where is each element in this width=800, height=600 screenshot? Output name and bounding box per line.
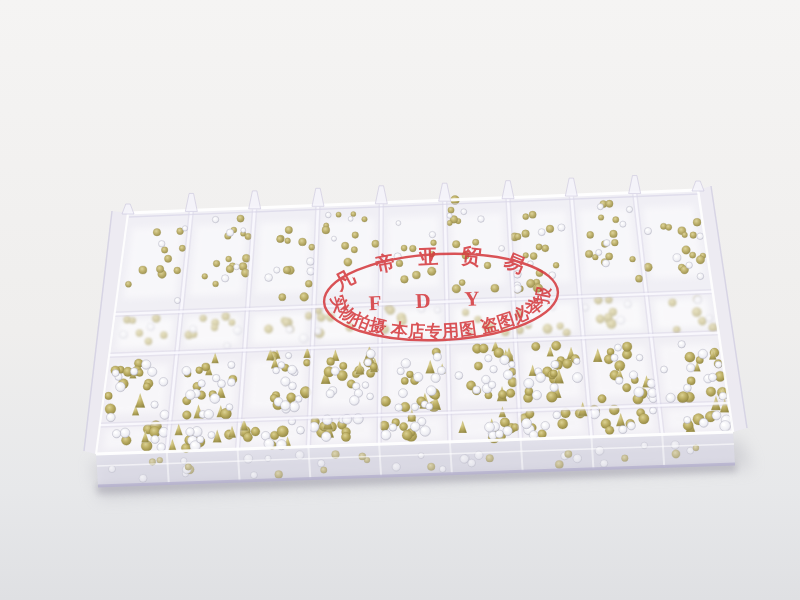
gold-back-stone xyxy=(399,422,407,430)
gold-back-stone xyxy=(285,226,293,234)
gold-back-stone xyxy=(431,240,437,246)
gold-back-stone xyxy=(630,256,636,262)
clear-crystal-stone xyxy=(120,331,128,339)
clear-crystal-stone xyxy=(431,373,440,382)
clear-crystal-stone xyxy=(617,316,625,324)
clear-crystal-stone xyxy=(460,455,469,464)
gold-back-stone xyxy=(320,467,327,474)
clear-crystal-stone xyxy=(426,386,436,396)
clear-crystal-stone xyxy=(112,430,120,438)
gold-back-stone xyxy=(621,455,628,462)
gold-back-stone xyxy=(486,454,494,462)
gold-back-stone xyxy=(689,252,695,258)
gold-back-stone xyxy=(613,217,619,223)
clear-crystal-stone xyxy=(715,361,722,368)
clear-crystal-stone xyxy=(281,401,291,411)
gold-back-stone xyxy=(696,256,704,264)
clear-crystal-stone xyxy=(426,403,433,410)
gold-back-stone xyxy=(277,426,288,437)
clear-crystal-stone xyxy=(503,426,513,436)
clear-crystal-stone xyxy=(186,390,196,400)
gold-back-stone xyxy=(300,293,309,302)
gold-back-stone xyxy=(327,358,335,366)
clear-crystal-stone xyxy=(151,401,158,408)
gold-back-stone xyxy=(143,383,151,391)
clear-crystal-stone xyxy=(420,426,431,437)
gold-back-stone xyxy=(213,260,220,267)
clear-crystal-stone xyxy=(624,300,631,307)
gold-back-stone xyxy=(536,244,542,250)
gold-back-stone xyxy=(401,275,409,283)
clear-crystal-stone xyxy=(218,380,226,388)
gold-back-stone xyxy=(402,430,412,440)
clear-crystal-stone xyxy=(241,228,246,233)
gold-back-stone xyxy=(153,228,161,236)
clear-crystal-stone xyxy=(321,432,331,442)
gold-back-stone xyxy=(264,325,272,333)
clear-crystal-stone xyxy=(603,240,610,247)
gold-back-stone xyxy=(550,370,558,378)
gold-back-stone xyxy=(474,362,482,370)
clear-crystal-stone xyxy=(326,390,334,398)
clear-crystal-stone xyxy=(602,260,609,267)
gold-back-stone xyxy=(585,250,593,258)
clear-crystal-stone xyxy=(485,422,495,432)
clear-crystal-stone xyxy=(521,418,531,428)
gold-back-stone xyxy=(202,363,210,371)
clear-crystal-stone xyxy=(541,421,550,430)
gold-back-stone xyxy=(152,314,160,322)
gold-back-stone xyxy=(542,245,549,252)
gold-back-stone xyxy=(339,362,347,370)
gold-back-stone xyxy=(546,225,554,233)
clear-crystal-stone xyxy=(250,472,257,479)
gold-back-stone xyxy=(472,239,479,246)
clear-crystal-stone xyxy=(697,273,704,280)
clear-crystal-stone xyxy=(551,360,559,368)
clear-crystal-stone xyxy=(228,361,235,368)
gold-back-stone xyxy=(285,238,291,244)
clear-crystal-stone xyxy=(244,454,253,463)
gold-back-stone xyxy=(200,315,207,322)
clear-crystal-stone xyxy=(636,354,643,361)
clear-crystal-stone xyxy=(233,326,242,335)
clear-crystal-stone xyxy=(148,367,157,376)
clear-crystal-stone xyxy=(331,236,336,241)
clear-crystal-stone xyxy=(159,377,168,386)
clear-crystal-stone xyxy=(553,411,561,419)
clear-crystal-stone xyxy=(683,384,691,392)
clear-crystal-stone xyxy=(485,355,492,362)
product-photo: 凡帝亚贸易 FDY 实物拍摄 本店专用图 盗图必举报 xyxy=(0,0,800,600)
clear-crystal-stone xyxy=(226,404,233,411)
clear-crystal-stone xyxy=(331,367,339,375)
clear-crystal-stone xyxy=(697,233,704,240)
clear-crystal-stone xyxy=(398,389,407,398)
clear-crystal-stone xyxy=(389,424,397,432)
gold-back-stone xyxy=(279,294,286,301)
gold-back-stone xyxy=(372,240,379,247)
clear-crystal-stone xyxy=(524,378,534,388)
clear-crystal-stone xyxy=(433,353,441,361)
clear-crystal-stone xyxy=(139,474,147,482)
clear-crystal-stone xyxy=(112,369,119,376)
clear-crystal-stone xyxy=(147,323,154,330)
clear-crystal-stone xyxy=(401,359,410,368)
clear-crystal-stone xyxy=(273,367,280,374)
gold-back-stone xyxy=(506,389,515,398)
clear-crystal-stone xyxy=(678,341,685,348)
clear-crystal-stone xyxy=(182,366,191,375)
gold-back-stone xyxy=(562,359,572,369)
gold-back-stone xyxy=(351,247,357,253)
gold-back-stone xyxy=(498,390,507,399)
clear-crystal-stone xyxy=(411,403,419,411)
gold-back-stone xyxy=(668,299,676,307)
gold-back-stone xyxy=(222,313,230,321)
gold-back-stone xyxy=(682,246,691,255)
clear-crystal-stone xyxy=(364,359,371,366)
gold-back-stone xyxy=(156,265,164,273)
clear-crystal-stone xyxy=(108,465,115,472)
gold-back-stone xyxy=(563,329,571,337)
gold-back-stone xyxy=(546,391,557,402)
gold-back-stone xyxy=(275,470,283,478)
clear-crystal-stone xyxy=(620,221,626,227)
clear-crystal-stone xyxy=(197,436,204,443)
clear-crystal-stone xyxy=(325,212,331,218)
gold-back-stone xyxy=(362,216,368,222)
gold-back-stone xyxy=(639,414,649,424)
gold-back-stone xyxy=(448,207,454,213)
clear-crystal-stone xyxy=(349,396,359,406)
clear-crystal-stone xyxy=(614,344,621,351)
gold-back-stone xyxy=(587,231,594,238)
clear-crystal-stone xyxy=(629,371,637,379)
clear-crystal-stone xyxy=(615,377,622,384)
gold-back-stone xyxy=(698,317,706,325)
clear-crystal-stone xyxy=(644,227,651,234)
clear-crystal-stone xyxy=(106,413,115,422)
clear-crystal-stone xyxy=(151,435,159,443)
gold-back-stone xyxy=(500,418,509,427)
clear-crystal-stone xyxy=(186,428,194,436)
clear-crystal-stone xyxy=(289,402,299,412)
clear-crystal-stone xyxy=(226,229,233,236)
gold-back-stone xyxy=(565,450,573,458)
gold-back-stone xyxy=(604,313,612,321)
gold-back-stone xyxy=(687,377,695,385)
gold-back-stone xyxy=(161,247,168,254)
clear-crystal-stone xyxy=(366,349,375,358)
gold-back-stone xyxy=(185,464,192,471)
gold-back-stone xyxy=(243,433,252,442)
clear-crystal-stone xyxy=(712,411,721,420)
clear-crystal-stone xyxy=(295,451,304,460)
gold-back-stone xyxy=(282,318,291,327)
gold-back-stone xyxy=(606,253,613,260)
gold-back-stone xyxy=(522,230,530,238)
clear-crystal-stone xyxy=(455,372,463,380)
clear-crystal-stone xyxy=(478,216,485,223)
gold-back-stone xyxy=(555,460,563,468)
gold-back-stone xyxy=(553,262,559,268)
gold-back-stone xyxy=(596,315,604,323)
gold-back-stone xyxy=(336,212,341,217)
clear-crystal-stone xyxy=(348,216,353,221)
gold-back-stone xyxy=(237,215,244,222)
scene-svg: 凡帝亚贸易 FDY 实物拍摄 本店专用图 盗图必举报 xyxy=(0,0,800,600)
gold-back-stone xyxy=(557,323,564,330)
gold-back-stone xyxy=(692,307,701,316)
gold-back-stone xyxy=(529,211,536,218)
clear-crystal-stone xyxy=(719,392,727,400)
gold-back-stone xyxy=(685,352,695,362)
clear-crystal-stone xyxy=(673,254,681,262)
gold-back-stone xyxy=(352,232,359,239)
gold-back-stone xyxy=(598,395,606,403)
clear-crystal-stone xyxy=(596,249,602,255)
gold-back-stone xyxy=(532,342,540,350)
gold-back-stone xyxy=(682,232,688,238)
clear-crystal-stone xyxy=(395,404,403,412)
clear-crystal-stone xyxy=(686,262,693,269)
clear-crystal-stone xyxy=(558,224,565,231)
clear-crystal-stone xyxy=(706,315,713,322)
gold-back-stone xyxy=(401,377,408,384)
clear-crystal-stone xyxy=(573,454,582,463)
gold-back-stone xyxy=(139,266,147,274)
gold-back-stone xyxy=(427,267,436,276)
gold-back-stone xyxy=(160,332,167,339)
gold-back-stone xyxy=(129,317,135,323)
clear-crystal-stone xyxy=(720,421,731,432)
gold-back-stone xyxy=(182,411,191,420)
clear-crystal-stone xyxy=(439,466,446,473)
gold-back-stone xyxy=(551,341,560,350)
gold-back-stone xyxy=(211,324,218,331)
gold-back-stone xyxy=(610,230,618,238)
gold-back-stone xyxy=(693,218,701,226)
clear-crystal-stone xyxy=(204,409,214,419)
clear-crystal-stone xyxy=(550,383,558,391)
clear-crystal-stone xyxy=(708,373,716,381)
gold-back-stone xyxy=(412,271,420,279)
gold-back-stone xyxy=(229,319,235,325)
clear-crystal-stone xyxy=(396,221,401,226)
gold-back-stone xyxy=(459,279,465,285)
clear-crystal-stone xyxy=(362,382,369,389)
clear-crystal-stone xyxy=(627,422,635,430)
gold-back-stone xyxy=(157,457,163,463)
gold-back-stone xyxy=(174,267,181,274)
gold-back-stone xyxy=(251,427,260,436)
clear-crystal-stone xyxy=(198,380,205,387)
clear-crystal-stone xyxy=(538,229,545,236)
gold-back-stone xyxy=(543,324,552,333)
gold-back-stone xyxy=(277,236,284,243)
clear-crystal-stone xyxy=(299,334,308,343)
gold-back-stone xyxy=(427,463,435,471)
gold-back-stone xyxy=(196,367,203,374)
clear-crystal-stone xyxy=(381,430,391,440)
clear-crystal-stone xyxy=(278,362,285,369)
clear-crystal-stone xyxy=(429,231,435,237)
gold-back-stone xyxy=(322,226,330,234)
clear-crystal-stone xyxy=(671,441,679,449)
gold-back-stone xyxy=(341,432,350,441)
clear-crystal-stone xyxy=(573,358,580,365)
clear-crystal-stone xyxy=(660,366,667,373)
clear-crystal-stone xyxy=(597,204,603,210)
clear-crystal-stone xyxy=(699,418,708,427)
gold-back-stone xyxy=(202,273,208,279)
clear-crystal-stone xyxy=(367,393,374,400)
gold-back-stone xyxy=(666,224,672,230)
clear-crystal-stone xyxy=(468,459,476,467)
gold-back-stone xyxy=(305,280,312,287)
clear-crystal-stone xyxy=(281,377,290,386)
gold-back-stone xyxy=(706,387,716,397)
clear-crystal-stone xyxy=(120,428,130,438)
gold-back-stone xyxy=(606,200,613,207)
clear-crystal-stone xyxy=(626,206,632,212)
clear-crystal-stone xyxy=(600,460,608,468)
gold-back-stone xyxy=(164,255,171,262)
clear-crystal-stone xyxy=(666,393,675,402)
clear-crystal-stone xyxy=(221,275,228,282)
clear-crystal-stone xyxy=(488,381,496,389)
clear-crystal-stone xyxy=(234,264,240,270)
clear-crystal-stone xyxy=(595,446,604,455)
gold-back-stone xyxy=(622,342,632,352)
clear-crystal-stone xyxy=(619,425,627,433)
clear-crystal-stone xyxy=(397,368,404,375)
clear-crystal-stone xyxy=(130,368,138,376)
gold-back-stone xyxy=(226,265,234,273)
gold-back-stone xyxy=(479,344,488,353)
clear-crystal-stone xyxy=(572,373,582,383)
clear-crystal-stone xyxy=(611,354,618,361)
clear-crystal-stone xyxy=(297,426,305,434)
gold-back-stone xyxy=(317,313,325,321)
clear-crystal-stone xyxy=(286,326,293,333)
gold-back-stone xyxy=(283,266,291,274)
clear-crystal-stone xyxy=(288,365,297,374)
clear-crystal-stone xyxy=(212,216,218,222)
clear-crystal-stone xyxy=(414,372,423,381)
gold-back-stone xyxy=(341,242,348,249)
gold-back-stone xyxy=(125,281,131,287)
gold-back-stone xyxy=(105,392,113,400)
clear-crystal-stone xyxy=(634,387,644,397)
gold-back-stone xyxy=(523,214,529,220)
gold-back-stone xyxy=(690,232,697,239)
clear-crystal-stone xyxy=(437,367,445,375)
clear-crystal-stone xyxy=(208,431,215,438)
clear-crystal-stone xyxy=(532,390,541,399)
clear-crystal-stone xyxy=(190,325,197,332)
gold-back-stone xyxy=(514,233,521,240)
gold-back-stone xyxy=(287,393,296,402)
clear-crystal-stone xyxy=(536,373,546,383)
clear-crystal-stone xyxy=(698,349,707,358)
clear-crystal-stone xyxy=(227,378,235,386)
gold-back-stone xyxy=(678,392,688,402)
clear-crystal-stone xyxy=(392,463,400,471)
gold-back-stone xyxy=(598,215,604,221)
clear-crystal-stone xyxy=(285,352,291,358)
gold-back-stone xyxy=(136,330,143,337)
gold-back-stone xyxy=(672,450,680,458)
gold-back-stone xyxy=(226,256,232,262)
gold-back-stone xyxy=(145,338,152,345)
clear-crystal-stone xyxy=(116,382,126,392)
clear-crystal-stone xyxy=(684,416,691,423)
clear-crystal-stone xyxy=(694,296,702,304)
clear-crystal-stone xyxy=(210,394,220,404)
clear-crystal-stone xyxy=(411,422,420,431)
gold-back-stone xyxy=(299,238,307,246)
gold-back-stone xyxy=(351,211,356,216)
clear-crystal-stone xyxy=(473,386,481,394)
clear-crystal-stone xyxy=(265,274,273,282)
gold-back-stone xyxy=(213,281,219,287)
clear-crystal-stone xyxy=(274,267,280,273)
clear-crystal-stone xyxy=(461,209,467,215)
clear-crystal-stone xyxy=(317,460,324,467)
clear-crystal-stone xyxy=(295,395,302,402)
gold-back-stone xyxy=(611,239,618,246)
clear-crystal-stone xyxy=(490,366,498,374)
clear-crystal-stone xyxy=(158,240,165,247)
clear-crystal-stone xyxy=(503,370,513,380)
gold-back-stone xyxy=(558,419,568,429)
gold-back-stone xyxy=(605,426,614,435)
clear-crystal-stone xyxy=(687,364,695,372)
clear-crystal-stone xyxy=(500,355,509,364)
gold-back-stone xyxy=(622,383,630,391)
